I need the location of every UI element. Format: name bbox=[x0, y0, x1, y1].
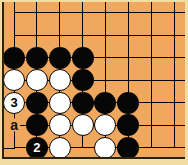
black-stone bbox=[26, 92, 48, 114]
black-stone bbox=[72, 69, 94, 91]
intersection bbox=[94, 114, 117, 137]
intersection bbox=[25, 114, 48, 137]
intersection bbox=[25, 69, 48, 92]
black-stone bbox=[49, 47, 71, 69]
intersection bbox=[25, 92, 48, 115]
white-stone bbox=[72, 114, 94, 136]
white-stone bbox=[3, 69, 25, 91]
intersection: 3 bbox=[3, 92, 26, 115]
intersection bbox=[163, 2, 185, 24]
intersection bbox=[163, 24, 185, 47]
intersection bbox=[71, 92, 94, 115]
intersection bbox=[71, 2, 94, 24]
black-stone bbox=[117, 137, 139, 159]
go-diagram: 3a2 bbox=[0, 0, 188, 165]
intersection bbox=[48, 137, 71, 159]
intersection bbox=[163, 137, 185, 159]
intersection bbox=[140, 47, 163, 70]
point-label-a: a bbox=[8, 119, 20, 132]
intersection bbox=[94, 2, 117, 24]
intersection bbox=[163, 114, 185, 137]
intersection bbox=[140, 137, 163, 159]
black-stone bbox=[26, 114, 48, 136]
intersection bbox=[94, 24, 117, 47]
intersection bbox=[71, 69, 94, 92]
go-board: 3a2 bbox=[2, 2, 185, 159]
black-stone bbox=[72, 47, 94, 69]
intersection bbox=[3, 24, 26, 47]
intersection bbox=[140, 92, 163, 115]
black-stone bbox=[117, 114, 139, 136]
intersection bbox=[94, 69, 117, 92]
intersection bbox=[94, 47, 117, 70]
board-grid: 3a2 bbox=[3, 2, 185, 159]
black-stone bbox=[72, 92, 94, 114]
intersection bbox=[94, 92, 117, 115]
intersection bbox=[48, 24, 71, 47]
white-stone bbox=[94, 114, 116, 136]
black-stone bbox=[3, 47, 25, 69]
white-stone bbox=[94, 137, 116, 159]
white-stone bbox=[49, 92, 71, 114]
intersection bbox=[71, 137, 94, 159]
white-stone bbox=[49, 114, 71, 136]
black-stone: 2 bbox=[26, 137, 48, 159]
black-stone bbox=[94, 92, 116, 114]
intersection bbox=[94, 137, 117, 159]
intersection bbox=[117, 24, 140, 47]
intersection: 2 bbox=[25, 137, 48, 159]
intersection bbox=[25, 24, 48, 47]
intersection bbox=[25, 47, 48, 70]
intersection bbox=[163, 92, 185, 115]
intersection bbox=[25, 2, 48, 24]
intersection bbox=[140, 2, 163, 24]
intersection: a bbox=[3, 114, 26, 137]
intersection bbox=[117, 69, 140, 92]
intersection bbox=[140, 114, 163, 137]
intersection bbox=[48, 92, 71, 115]
board-edge-line-stub bbox=[4, 148, 15, 149]
black-stone bbox=[117, 92, 139, 114]
intersection bbox=[3, 69, 26, 92]
intersection bbox=[48, 2, 71, 24]
black-stone bbox=[26, 47, 48, 69]
intersection bbox=[140, 69, 163, 92]
intersection bbox=[71, 114, 94, 137]
intersection bbox=[48, 69, 71, 92]
intersection bbox=[71, 24, 94, 47]
intersection bbox=[117, 2, 140, 24]
white-stone bbox=[49, 69, 71, 91]
intersection bbox=[117, 114, 140, 137]
white-stone: 3 bbox=[3, 92, 25, 114]
intersection bbox=[117, 137, 140, 159]
intersection bbox=[163, 69, 185, 92]
intersection bbox=[71, 47, 94, 70]
white-stone bbox=[49, 137, 71, 159]
intersection bbox=[48, 47, 71, 70]
white-stone bbox=[26, 69, 48, 91]
intersection bbox=[163, 47, 185, 70]
intersection bbox=[48, 114, 71, 137]
intersection bbox=[117, 47, 140, 70]
intersection bbox=[117, 92, 140, 115]
intersection bbox=[3, 2, 26, 24]
intersection bbox=[140, 24, 163, 47]
intersection bbox=[3, 47, 26, 70]
